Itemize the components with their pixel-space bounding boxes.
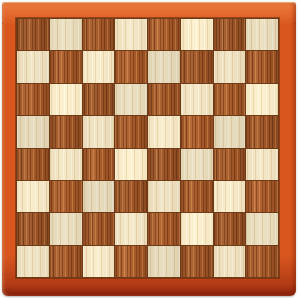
- square-a5[interactable]: [17, 116, 49, 147]
- square-d7[interactable]: [115, 51, 147, 82]
- square-b5[interactable]: [50, 116, 82, 147]
- square-b4[interactable]: [50, 149, 82, 180]
- square-b1[interactable]: [50, 246, 82, 277]
- square-g4[interactable]: [214, 149, 246, 180]
- square-d5[interactable]: [115, 116, 147, 147]
- square-a6[interactable]: [17, 84, 49, 115]
- square-d1[interactable]: [115, 246, 147, 277]
- square-c2[interactable]: [83, 213, 115, 244]
- square-f4[interactable]: [181, 149, 213, 180]
- square-h8[interactable]: [246, 19, 278, 50]
- square-c5[interactable]: [83, 116, 115, 147]
- square-c7[interactable]: [83, 51, 115, 82]
- square-f8[interactable]: [181, 19, 213, 50]
- square-e6[interactable]: [148, 84, 180, 115]
- square-h4[interactable]: [246, 149, 278, 180]
- square-e7[interactable]: [148, 51, 180, 82]
- square-e1[interactable]: [148, 246, 180, 277]
- square-a3[interactable]: [17, 181, 49, 212]
- square-f5[interactable]: [181, 116, 213, 147]
- square-b8[interactable]: [50, 19, 82, 50]
- square-d8[interactable]: [115, 19, 147, 50]
- square-a2[interactable]: [17, 213, 49, 244]
- square-b7[interactable]: [50, 51, 82, 82]
- square-a7[interactable]: [17, 51, 49, 82]
- square-a1[interactable]: [17, 246, 49, 277]
- square-f6[interactable]: [181, 84, 213, 115]
- square-d4[interactable]: [115, 149, 147, 180]
- square-d6[interactable]: [115, 84, 147, 115]
- square-e3[interactable]: [148, 181, 180, 212]
- square-e2[interactable]: [148, 213, 180, 244]
- square-f7[interactable]: [181, 51, 213, 82]
- square-e4[interactable]: [148, 149, 180, 180]
- square-d3[interactable]: [115, 181, 147, 212]
- square-f3[interactable]: [181, 181, 213, 212]
- square-f1[interactable]: [181, 246, 213, 277]
- square-d2[interactable]: [115, 213, 147, 244]
- square-a4[interactable]: [17, 149, 49, 180]
- square-h6[interactable]: [246, 84, 278, 115]
- square-g8[interactable]: [214, 19, 246, 50]
- square-c8[interactable]: [83, 19, 115, 50]
- square-a8[interactable]: [17, 19, 49, 50]
- board-squares: [16, 18, 279, 278]
- square-h7[interactable]: [246, 51, 278, 82]
- square-h3[interactable]: [246, 181, 278, 212]
- square-g5[interactable]: [214, 116, 246, 147]
- square-h2[interactable]: [246, 213, 278, 244]
- square-g2[interactable]: [214, 213, 246, 244]
- square-c1[interactable]: [83, 246, 115, 277]
- square-f2[interactable]: [181, 213, 213, 244]
- square-g6[interactable]: [214, 84, 246, 115]
- square-h1[interactable]: [246, 246, 278, 277]
- square-b6[interactable]: [50, 84, 82, 115]
- square-h5[interactable]: [246, 116, 278, 147]
- square-g3[interactable]: [214, 181, 246, 212]
- square-g7[interactable]: [214, 51, 246, 82]
- square-g1[interactable]: [214, 246, 246, 277]
- product-photo: [0, 0, 300, 300]
- square-c4[interactable]: [83, 149, 115, 180]
- square-c6[interactable]: [83, 84, 115, 115]
- square-b2[interactable]: [50, 213, 82, 244]
- square-e5[interactable]: [148, 116, 180, 147]
- square-b3[interactable]: [50, 181, 82, 212]
- square-c3[interactable]: [83, 181, 115, 212]
- square-e8[interactable]: [148, 19, 180, 50]
